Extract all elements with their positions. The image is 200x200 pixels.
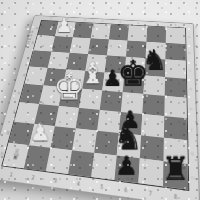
square-b8[interactable] <box>165 43 185 61</box>
chessboard-photo-scene: ♟♞♝♟♚♚♟♟♞♕♛♟♜ 12345678 12345678 abcdefgh… <box>0 0 200 200</box>
square-d4[interactable]: ♝ <box>82 71 104 91</box>
square-h8[interactable]: ♜ <box>163 161 188 189</box>
coordinate-label: f <box>188 118 196 141</box>
square-h2[interactable] <box>24 145 51 171</box>
coordinate-label: 7 <box>138 185 163 200</box>
white-pawn-g2[interactable]: ♟ <box>30 121 51 145</box>
coordinate-label: d <box>187 79 194 99</box>
square-h6[interactable]: ♟ <box>114 156 139 184</box>
square-g4[interactable] <box>72 128 97 153</box>
square-e7[interactable] <box>142 94 164 116</box>
square-a5[interactable] <box>109 24 129 40</box>
square-h4[interactable] <box>68 150 94 177</box>
square-a6[interactable] <box>127 25 147 41</box>
square-d8[interactable] <box>165 77 187 98</box>
coordinate-label: a <box>186 28 193 44</box>
coordinate-label: h <box>189 164 198 191</box>
black-pawn-h6[interactable]: ♟ <box>115 153 138 179</box>
coordinate-label: b <box>186 44 193 61</box>
square-a8[interactable] <box>166 27 186 44</box>
square-c8[interactable] <box>165 59 186 78</box>
white-pawn-a2[interactable]: ♟ <box>55 16 73 36</box>
square-e8[interactable] <box>164 96 186 118</box>
coordinate-label: 1 <box>0 168 23 182</box>
square-h7[interactable] <box>138 158 163 186</box>
coordinate-label: 5 <box>89 179 114 194</box>
black-rook-h8[interactable]: ♜ <box>161 153 190 185</box>
square-d6[interactable]: ♚ <box>123 74 145 94</box>
coordinate-label: 6 <box>113 182 138 197</box>
coordinate-label: c <box>187 61 194 79</box>
coordinate-label: 8 <box>163 189 189 200</box>
square-a7[interactable] <box>146 26 166 43</box>
coordinate-label: 2 <box>21 170 46 184</box>
coordinate-label: 3 <box>76 18 94 23</box>
square-f7[interactable] <box>141 114 164 138</box>
coordinate-label: e <box>187 98 195 119</box>
square-b4[interactable] <box>88 38 109 55</box>
square-h5[interactable] <box>91 153 117 180</box>
square-f4[interactable] <box>76 108 100 131</box>
vinyl-chess-board: ♟♞♝♟♚♚♟♟♞♕♛♟♜ 12345678 12345678 abcdefgh… <box>0 15 200 200</box>
coordinate-label: 4 <box>66 176 91 191</box>
square-a4[interactable] <box>91 23 111 39</box>
black-king-d6[interactable]: ♚ <box>117 56 149 92</box>
coordinate-label: 3 <box>43 173 68 187</box>
white-king-e3[interactable]: ♚ <box>53 69 85 105</box>
black-knight-g6[interactable]: ♞ <box>114 122 143 154</box>
square-f8[interactable] <box>164 116 187 140</box>
square-f3[interactable] <box>55 106 79 128</box>
